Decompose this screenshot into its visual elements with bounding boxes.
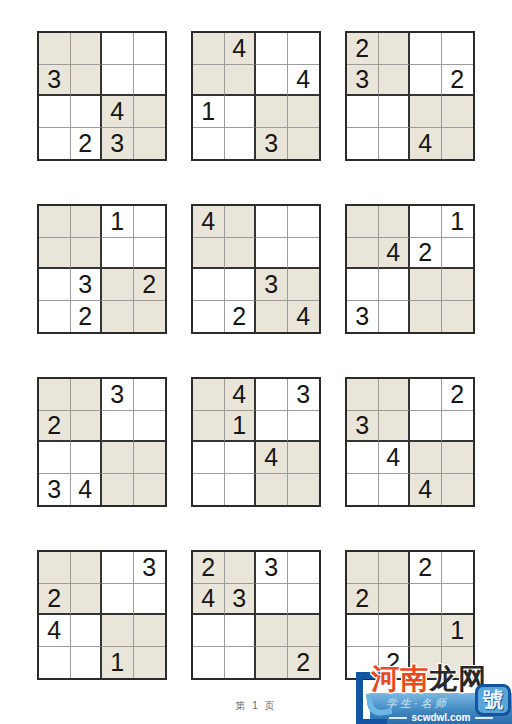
puzzle9-cell-r4c2 — [379, 474, 411, 506]
puzzle8-cell-r3c1 — [193, 442, 225, 474]
puzzle4-cell-r3c1 — [39, 269, 71, 301]
puzzle1-cell-r3c1 — [39, 96, 71, 128]
puzzle1-cell-r4c2: 2 — [71, 128, 103, 160]
puzzle3-cell-r1c2 — [379, 33, 411, 65]
puzzle12-cell-r2c4 — [442, 584, 474, 616]
puzzle10-cell-r2c4 — [134, 584, 166, 616]
puzzle2-cell-r3c3 — [256, 96, 288, 128]
puzzle12-cell-r2c1: 2 — [347, 584, 379, 616]
puzzle5-cell-r1c2 — [225, 206, 257, 238]
puzzle1-cell-r2c4 — [134, 65, 166, 97]
puzzle6-cell-r1c4: 1 — [442, 206, 474, 238]
puzzle1-cell-r3c4 — [134, 96, 166, 128]
puzzle2-cell-r1c2: 4 — [225, 33, 257, 65]
sudoku-grid-11: 23432 — [191, 550, 321, 680]
puzzle1-cell-r4c4 — [134, 128, 166, 160]
puzzle5-cell-r4c4: 4 — [288, 301, 320, 333]
puzzle4-cell-r2c3 — [102, 238, 134, 270]
puzzle9-cell-r2c2 — [379, 411, 411, 443]
puzzle9-cell-r1c2 — [379, 379, 411, 411]
puzzle9-cell-r1c4: 2 — [442, 379, 474, 411]
puzzle7-cell-r4c3 — [102, 474, 134, 506]
puzzle4-cell-r4c4 — [134, 301, 166, 333]
puzzle10-cell-r1c4: 3 — [134, 552, 166, 584]
puzzle1-cell-r1c2 — [71, 33, 103, 65]
puzzle11-cell-r3c1 — [193, 615, 225, 647]
puzzle6-cell-r1c1 — [347, 206, 379, 238]
puzzle11-cell-r2c2: 3 — [225, 584, 257, 616]
puzzle2-cell-r1c1 — [193, 33, 225, 65]
puzzle3-cell-r4c3: 4 — [410, 128, 442, 160]
puzzle11-cell-r4c4: 2 — [288, 647, 320, 679]
puzzle7-cell-r2c3 — [102, 411, 134, 443]
puzzle9-cell-r1c3 — [410, 379, 442, 411]
puzzle9-cell-r2c4 — [442, 411, 474, 443]
puzzle4-cell-r3c4: 2 — [134, 269, 166, 301]
puzzle11-cell-r4c3 — [256, 647, 288, 679]
puzzle5-cell-r2c3 — [256, 238, 288, 270]
watermark-title-red: 河南 — [371, 663, 429, 694]
puzzle11-cell-r1c2 — [225, 552, 257, 584]
puzzle4-cell-r3c3 — [102, 269, 134, 301]
puzzle1-cell-r1c4 — [134, 33, 166, 65]
puzzle2-cell-r2c1 — [193, 65, 225, 97]
puzzle11-cell-r2c3 — [256, 584, 288, 616]
puzzle6-cell-r1c2 — [379, 206, 411, 238]
puzzle11-cell-r3c3 — [256, 615, 288, 647]
puzzle6-cell-r4c3 — [410, 301, 442, 333]
puzzle2-cell-r3c2 — [225, 96, 257, 128]
puzzle3-cell-r4c1 — [347, 128, 379, 160]
puzzle5-cell-r3c3: 3 — [256, 269, 288, 301]
puzzle7-cell-r3c3 — [102, 442, 134, 474]
puzzle2-cell-r2c3 — [256, 65, 288, 97]
puzzle8-cell-r2c2: 1 — [225, 411, 257, 443]
puzzle2-cell-r4c1 — [193, 128, 225, 160]
sudoku-grid-10: 3241 — [37, 550, 167, 680]
puzzle2-cell-r3c1: 1 — [193, 96, 225, 128]
puzzle11-cell-r4c2 — [225, 647, 257, 679]
puzzle5-cell-r1c1: 4 — [193, 206, 225, 238]
puzzle10-cell-r3c1: 4 — [39, 615, 71, 647]
puzzle6-cell-r4c2 — [379, 301, 411, 333]
watermark-badge-glyph: 號 — [483, 686, 504, 714]
watermark-badge-icon: 號 — [475, 684, 511, 716]
puzzle7-cell-r2c4 — [134, 411, 166, 443]
puzzle6-cell-r2c1 — [347, 238, 379, 270]
puzzle7-cell-r1c1 — [39, 379, 71, 411]
puzzle3-cell-r1c4 — [442, 33, 474, 65]
sudoku-grid-8: 4314 — [191, 377, 321, 507]
puzzle10-cell-r2c3 — [102, 584, 134, 616]
puzzle9-cell-r4c1 — [347, 474, 379, 506]
puzzle4-cell-r4c3 — [102, 301, 134, 333]
puzzle6-cell-r3c2 — [379, 269, 411, 301]
puzzle2-cell-r2c2 — [225, 65, 257, 97]
puzzle7-cell-r2c1: 2 — [39, 411, 71, 443]
puzzle9-cell-r2c1: 3 — [347, 411, 379, 443]
puzzle8-cell-r2c3 — [256, 411, 288, 443]
puzzle1-cell-r3c2 — [71, 96, 103, 128]
puzzle7-cell-r1c4 — [134, 379, 166, 411]
puzzle5-cell-r4c2: 2 — [225, 301, 257, 333]
puzzle12-cell-r1c1 — [347, 552, 379, 584]
puzzle7-cell-r3c2 — [71, 442, 103, 474]
puzzle12-cell-r2c3 — [410, 584, 442, 616]
sudoku-grid-1: 3423 — [37, 31, 167, 161]
dash-decoration — [389, 717, 407, 719]
puzzle9-cell-r3c2: 4 — [379, 442, 411, 474]
puzzle2-cell-r3c4 — [288, 96, 320, 128]
puzzle11-cell-r1c4 — [288, 552, 320, 584]
puzzle4-cell-r2c2 — [71, 238, 103, 270]
puzzle7-cell-r4c1: 3 — [39, 474, 71, 506]
puzzle12-cell-r3c1 — [347, 615, 379, 647]
puzzle8-cell-r3c3: 4 — [256, 442, 288, 474]
puzzle4-cell-r1c2 — [71, 206, 103, 238]
puzzle1-cell-r2c2 — [71, 65, 103, 97]
puzzle10-cell-r2c1: 2 — [39, 584, 71, 616]
puzzle10-cell-r1c3 — [102, 552, 134, 584]
puzzle7-cell-r3c4 — [134, 442, 166, 474]
puzzle10-cell-r1c1 — [39, 552, 71, 584]
puzzle5-cell-r2c4 — [288, 238, 320, 270]
puzzle8-cell-r3c2 — [225, 442, 257, 474]
puzzle6-cell-r3c4 — [442, 269, 474, 301]
puzzle8-cell-r4c1 — [193, 474, 225, 506]
puzzle11-cell-r3c2 — [225, 615, 257, 647]
puzzle-sheet: 3423441323241322432414233234431423443241… — [37, 31, 475, 680]
puzzle2-cell-r4c3: 3 — [256, 128, 288, 160]
puzzle3-cell-r3c2 — [379, 96, 411, 128]
puzzle12-cell-r1c3: 2 — [410, 552, 442, 584]
puzzle4-cell-r1c1 — [39, 206, 71, 238]
puzzle3-cell-r2c2 — [379, 65, 411, 97]
puzzle2-cell-r1c3 — [256, 33, 288, 65]
puzzle12-cell-r2c2 — [379, 584, 411, 616]
puzzle12-cell-r3c3 — [410, 615, 442, 647]
sudoku-grid-2: 4413 — [191, 31, 321, 161]
puzzle3-cell-r1c1: 2 — [347, 33, 379, 65]
puzzle5-cell-r3c1 — [193, 269, 225, 301]
puzzle11-cell-r2c4 — [288, 584, 320, 616]
puzzle10-cell-r4c3: 1 — [102, 647, 134, 679]
dash-decoration — [475, 717, 493, 719]
puzzle2-cell-r1c4 — [288, 33, 320, 65]
sudoku-grid-3: 2324 — [345, 31, 475, 161]
puzzle5-cell-r3c4 — [288, 269, 320, 301]
sudoku-grid-6: 1423 — [345, 204, 475, 334]
puzzle1-cell-r2c1: 3 — [39, 65, 71, 97]
puzzle8-cell-r3c4 — [288, 442, 320, 474]
puzzle8-cell-r1c4: 3 — [288, 379, 320, 411]
puzzle8-cell-r2c1 — [193, 411, 225, 443]
puzzle7-cell-r2c2 — [71, 411, 103, 443]
puzzle9-cell-r3c4 — [442, 442, 474, 474]
puzzle12-cell-r1c2 — [379, 552, 411, 584]
puzzle7-cell-r3c1 — [39, 442, 71, 474]
worksheet-page: 3423441323241322432414233234431423443241… — [0, 0, 512, 724]
puzzle7-cell-r1c2 — [71, 379, 103, 411]
puzzle5-cell-r2c1 — [193, 238, 225, 270]
sudoku-grid-7: 3234 — [37, 377, 167, 507]
puzzle7-cell-r4c4 — [134, 474, 166, 506]
puzzle5-cell-r4c1 — [193, 301, 225, 333]
puzzle5-cell-r4c3 — [256, 301, 288, 333]
puzzle1-cell-r3c3: 4 — [102, 96, 134, 128]
puzzle7-cell-r1c3: 3 — [102, 379, 134, 411]
puzzle5-cell-r2c2 — [225, 238, 257, 270]
puzzle6-cell-r1c3 — [410, 206, 442, 238]
puzzle9-cell-r3c3 — [410, 442, 442, 474]
puzzle10-cell-r2c2 — [71, 584, 103, 616]
puzzle3-cell-r3c3 — [410, 96, 442, 128]
watermark: 学生·名师 scwdwl.com 河南龙网 號 — [356, 662, 512, 724]
puzzle3-cell-r2c1: 3 — [347, 65, 379, 97]
puzzle11-cell-r3c4 — [288, 615, 320, 647]
puzzle8-cell-r2c4 — [288, 411, 320, 443]
puzzle10-cell-r3c4 — [134, 615, 166, 647]
puzzle1-cell-r4c1 — [39, 128, 71, 160]
puzzle3-cell-r1c3 — [410, 33, 442, 65]
puzzle10-cell-r1c2 — [71, 552, 103, 584]
puzzle9-cell-r3c1 — [347, 442, 379, 474]
puzzle6-cell-r3c3 — [410, 269, 442, 301]
puzzle12-cell-r3c4: 1 — [442, 615, 474, 647]
puzzle4-cell-r2c4 — [134, 238, 166, 270]
puzzle3-cell-r4c4 — [442, 128, 474, 160]
puzzle3-cell-r2c4: 2 — [442, 65, 474, 97]
puzzle10-cell-r3c3 — [102, 615, 134, 647]
puzzle2-cell-r4c4 — [288, 128, 320, 160]
puzzle11-cell-r1c1: 2 — [193, 552, 225, 584]
puzzle3-cell-r2c3 — [410, 65, 442, 97]
puzzle6-cell-r4c4 — [442, 301, 474, 333]
watermark-site-text: scwdwl.com — [412, 712, 471, 723]
puzzle1-cell-r1c1 — [39, 33, 71, 65]
puzzle10-cell-r4c2 — [71, 647, 103, 679]
puzzle2-cell-r2c4: 4 — [288, 65, 320, 97]
puzzle9-cell-r4c3: 4 — [410, 474, 442, 506]
watermark-tagline: 学生·名师 — [386, 696, 449, 711]
sudoku-grid-4: 1322 — [37, 204, 167, 334]
puzzle6-cell-r3c1 — [347, 269, 379, 301]
puzzle8-cell-r1c3 — [256, 379, 288, 411]
puzzle10-cell-r3c2 — [71, 615, 103, 647]
watermark-title: 河南龙网 — [371, 660, 487, 698]
puzzle8-cell-r1c1 — [193, 379, 225, 411]
puzzle5-cell-r1c4 — [288, 206, 320, 238]
puzzle2-cell-r4c2 — [225, 128, 257, 160]
sudoku-grid-5: 4324 — [191, 204, 321, 334]
puzzle5-cell-r1c3 — [256, 206, 288, 238]
puzzle1-cell-r2c3 — [102, 65, 134, 97]
puzzle12-cell-r1c4 — [442, 552, 474, 584]
puzzle6-cell-r2c4 — [442, 238, 474, 270]
puzzle11-cell-r2c1: 4 — [193, 584, 225, 616]
puzzle7-cell-r4c2: 4 — [71, 474, 103, 506]
puzzle3-cell-r3c1 — [347, 96, 379, 128]
puzzle4-cell-r3c2: 3 — [71, 269, 103, 301]
puzzle3-cell-r4c2 — [379, 128, 411, 160]
puzzle5-cell-r3c2 — [225, 269, 257, 301]
puzzle8-cell-r4c4 — [288, 474, 320, 506]
puzzle4-cell-r4c2: 2 — [71, 301, 103, 333]
puzzle1-cell-r4c3: 3 — [102, 128, 134, 160]
puzzle10-cell-r4c1 — [39, 647, 71, 679]
puzzle9-cell-r2c3 — [410, 411, 442, 443]
puzzle8-cell-r1c2: 4 — [225, 379, 257, 411]
puzzle6-cell-r4c1: 3 — [347, 301, 379, 333]
puzzle8-cell-r4c2 — [225, 474, 257, 506]
sudoku-grid-9: 2344 — [345, 377, 475, 507]
puzzle11-cell-r4c1 — [193, 647, 225, 679]
puzzle3-cell-r3c4 — [442, 96, 474, 128]
puzzle11-cell-r1c3: 3 — [256, 552, 288, 584]
puzzle1-cell-r1c3 — [102, 33, 134, 65]
puzzle8-cell-r4c3 — [256, 474, 288, 506]
puzzle9-cell-r1c1 — [347, 379, 379, 411]
puzzle6-cell-r2c3: 2 — [410, 238, 442, 270]
puzzle4-cell-r4c1 — [39, 301, 71, 333]
puzzle4-cell-r2c1 — [39, 238, 71, 270]
puzzle10-cell-r4c4 — [134, 647, 166, 679]
puzzle4-cell-r1c4 — [134, 206, 166, 238]
puzzle6-cell-r2c2: 4 — [379, 238, 411, 270]
puzzle4-cell-r1c3: 1 — [102, 206, 134, 238]
puzzle12-cell-r3c2 — [379, 615, 411, 647]
puzzle9-cell-r4c4 — [442, 474, 474, 506]
